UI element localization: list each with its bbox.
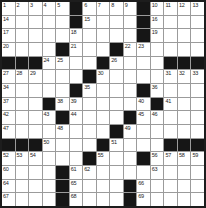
cell-r14c12[interactable] [151, 180, 164, 193]
black-cell-r8c12 [151, 98, 164, 111]
clue-number-29: 29 [30, 70, 36, 76]
cell-r7c5[interactable] [56, 84, 69, 97]
cell-r1c10[interactable]: 9 [124, 2, 137, 15]
cell-r3c10[interactable] [124, 29, 137, 42]
cell-r10c6[interactable] [70, 125, 83, 138]
clue-number-56: 56 [152, 152, 158, 158]
cell-r12c2[interactable]: 53 [16, 152, 29, 165]
black-cell-r11c1 [2, 139, 15, 152]
cell-r3c7[interactable] [83, 29, 96, 42]
clue-number-63: 63 [152, 166, 158, 172]
cell-r2c9[interactable] [110, 16, 123, 29]
cell-r14c2[interactable] [16, 180, 29, 193]
clue-number-50: 50 [44, 139, 50, 145]
cell-r6c1[interactable]: 27 [2, 70, 15, 83]
clue-number-8: 8 [111, 2, 114, 8]
clue-number-7: 7 [98, 2, 101, 8]
cell-r5c9[interactable]: 26 [110, 57, 123, 70]
cell-r7c10[interactable] [124, 84, 137, 97]
clue-number-39: 39 [71, 98, 77, 104]
cell-r10c3[interactable] [29, 125, 42, 138]
clue-number-22: 22 [125, 43, 131, 49]
clue-number-58: 58 [179, 152, 185, 158]
black-cell-r10c9 [110, 125, 123, 138]
cell-r5c4[interactable]: 24 [43, 57, 56, 70]
cell-r4c11[interactable]: 23 [137, 43, 150, 56]
cell-r12c5[interactable] [56, 152, 69, 165]
clue-number-35: 35 [84, 84, 90, 90]
cell-r12c13[interactable]: 57 [164, 152, 177, 165]
cell-r12c4[interactable] [43, 152, 56, 165]
clue-number-11: 11 [165, 2, 170, 8]
cell-r9c1[interactable]: 42 [2, 111, 15, 124]
black-cell-r14c10 [124, 180, 137, 193]
crossword-puzzle: 1234567891011121314151617181920212223242… [0, 0, 206, 208]
cell-r1c2[interactable]: 2 [16, 2, 29, 15]
black-cell-r15c10 [124, 193, 137, 206]
clue-number-28: 28 [17, 70, 23, 76]
cell-r3c12[interactable]: 19 [151, 29, 164, 42]
clue-number-54: 54 [30, 152, 36, 158]
clue-number-23: 23 [138, 43, 144, 49]
black-cell-r1c6 [70, 2, 83, 15]
clue-number-53: 53 [17, 152, 23, 158]
cell-r9c9[interactable] [110, 111, 123, 124]
cell-r2c1[interactable]: 14 [2, 16, 15, 29]
cell-r9c3[interactable] [29, 111, 42, 124]
cell-r5c10[interactable] [124, 57, 137, 70]
clue-number-64: 64 [3, 180, 9, 186]
clue-number-66: 66 [138, 180, 144, 186]
clue-number-17: 17 [3, 29, 9, 35]
cell-r13c7[interactable]: 62 [83, 166, 96, 179]
black-cell-r5c2 [16, 57, 29, 70]
clue-number-52: 52 [3, 152, 9, 158]
cell-r2c2[interactable] [16, 16, 29, 29]
cell-r7c3[interactable] [29, 84, 42, 97]
cell-r12c10[interactable] [124, 152, 137, 165]
cell-r4c4[interactable] [43, 43, 56, 56]
cell-r13c14[interactable] [178, 166, 191, 179]
black-cell-r3c11 [137, 29, 150, 42]
black-cell-r9c10 [124, 111, 137, 124]
cell-r6c8[interactable]: 30 [97, 70, 110, 83]
cell-r4c3[interactable] [29, 43, 42, 56]
cell-r12c14[interactable]: 58 [178, 152, 191, 165]
clue-number-25: 25 [57, 57, 63, 63]
black-cell-r13c5 [56, 166, 69, 179]
cell-r14c7[interactable] [83, 180, 96, 193]
cell-r8c1[interactable]: 37 [2, 98, 15, 111]
cell-r8c3[interactable] [29, 98, 42, 111]
cell-r15c15[interactable] [191, 193, 204, 206]
black-cell-r2c6 [70, 16, 83, 29]
clue-number-57: 57 [165, 152, 171, 158]
cell-r9c6[interactable]: 44 [70, 111, 83, 124]
cell-r5c5[interactable]: 25 [56, 57, 69, 70]
cell-r15c13[interactable] [164, 193, 177, 206]
cell-r8c7[interactable] [83, 98, 96, 111]
cell-r11c6[interactable] [70, 139, 83, 152]
cell-r9c7[interactable] [83, 111, 96, 124]
clue-number-59: 59 [192, 152, 198, 158]
clue-number-44: 44 [71, 111, 77, 117]
cell-r8c14[interactable] [178, 98, 191, 111]
black-cell-r5c13 [164, 57, 177, 70]
clue-number-21: 21 [71, 43, 77, 49]
black-cell-r5c3 [29, 57, 42, 70]
cell-r4c6[interactable]: 21 [70, 43, 83, 56]
clue-number-68: 68 [71, 193, 77, 199]
cell-r11c4[interactable]: 50 [43, 139, 56, 152]
cell-r11c10[interactable] [124, 139, 137, 152]
cell-r15c9[interactable] [110, 193, 123, 206]
black-cell-r14c5 [56, 180, 69, 193]
cell-r9c13[interactable] [164, 111, 177, 124]
cell-r5c7[interactable] [83, 57, 96, 70]
clue-number-60: 60 [3, 166, 9, 172]
cell-r10c11[interactable] [137, 125, 150, 138]
cell-r10c1[interactable]: 47 [2, 125, 15, 138]
clue-number-32: 32 [179, 70, 185, 76]
clue-number-30: 30 [98, 70, 104, 76]
cell-r9c15[interactable] [191, 111, 204, 124]
clue-number-36: 36 [152, 84, 158, 90]
cell-r4c15[interactable] [191, 43, 204, 56]
black-cell-r11c8 [97, 139, 110, 152]
black-cell-r6c7 [83, 70, 96, 83]
cell-r9c14[interactable] [178, 111, 191, 124]
cell-r3c1[interactable]: 17 [2, 29, 15, 42]
cell-r14c14[interactable] [178, 180, 191, 193]
cell-r2c7[interactable]: 15 [83, 16, 96, 29]
cell-r14c9[interactable] [110, 180, 123, 193]
clue-number-9: 9 [125, 2, 128, 8]
cell-r14c15[interactable] [191, 180, 204, 193]
cell-r13c10[interactable] [124, 166, 137, 179]
cell-r15c7[interactable] [83, 193, 96, 206]
cell-r15c1[interactable]: 67 [2, 193, 15, 206]
cell-r3c2[interactable] [16, 29, 29, 42]
clue-number-16: 16 [152, 16, 158, 22]
clue-number-48: 48 [57, 125, 63, 131]
cell-r8c15[interactable] [191, 98, 204, 111]
black-cell-r7c11 [137, 84, 150, 97]
cell-r3c9[interactable] [110, 29, 123, 42]
cell-r1c12[interactable]: 10 [151, 2, 164, 15]
cell-r14c6[interactable]: 65 [70, 180, 83, 193]
cell-r4c2[interactable] [16, 43, 29, 56]
black-cell-r11c15 [191, 139, 204, 152]
cell-r14c3[interactable] [29, 180, 42, 193]
cell-r12c1[interactable]: 52 [2, 152, 15, 165]
cell-r15c14[interactable] [178, 193, 191, 206]
cell-r8c2[interactable] [16, 98, 29, 111]
black-cell-r12c11 [137, 152, 150, 165]
cell-r1c13[interactable]: 11 [164, 2, 177, 15]
cell-r11c9[interactable]: 51 [110, 139, 123, 152]
cell-r2c12[interactable]: 16 [151, 16, 164, 29]
cell-r7c14[interactable] [178, 84, 191, 97]
clue-number-69: 69 [138, 193, 144, 199]
clue-number-2: 2 [17, 2, 20, 8]
cell-r7c4[interactable] [43, 84, 56, 97]
cell-r4c1[interactable]: 20 [2, 43, 15, 56]
clue-number-67: 67 [3, 193, 9, 199]
cell-r2c10[interactable] [124, 16, 137, 29]
cell-r3c15[interactable] [191, 29, 204, 42]
cell-r5c6[interactable] [70, 57, 83, 70]
cell-r13c4[interactable] [43, 166, 56, 179]
cell-r10c5[interactable]: 48 [56, 125, 69, 138]
black-cell-r11c13 [164, 139, 177, 152]
cell-r8c5[interactable]: 38 [56, 98, 69, 111]
black-cell-r5c8 [97, 57, 110, 70]
black-cell-r15c5 [56, 193, 69, 206]
cell-r8c13[interactable]: 41 [164, 98, 177, 111]
cell-r12c12[interactable]: 56 [151, 152, 164, 165]
clue-number-27: 27 [3, 70, 9, 76]
black-cell-r1c11 [137, 2, 150, 15]
cell-r8c11[interactable]: 40 [137, 98, 150, 111]
clue-number-33: 33 [192, 70, 198, 76]
cell-r13c8[interactable] [97, 166, 110, 179]
cell-r13c11[interactable] [137, 166, 150, 179]
clue-number-38: 38 [57, 98, 63, 104]
clue-number-65: 65 [71, 180, 77, 186]
cell-r3c8[interactable] [97, 29, 110, 42]
cell-r13c3[interactable] [29, 166, 42, 179]
cell-r2c3[interactable] [29, 16, 42, 29]
clue-number-10: 10 [152, 2, 158, 8]
cell-r15c4[interactable] [43, 193, 56, 206]
black-cell-r2c11 [137, 16, 150, 29]
clue-number-46: 46 [152, 111, 158, 117]
cell-r12c3[interactable]: 54 [29, 152, 42, 165]
cell-r14c1[interactable]: 64 [2, 180, 15, 193]
cell-r14c13[interactable] [164, 180, 177, 193]
cell-r6c6[interactable] [70, 70, 83, 83]
cell-r2c5[interactable] [56, 16, 69, 29]
cell-r7c15[interactable] [191, 84, 204, 97]
clue-number-1: 1 [3, 2, 6, 8]
cell-r4c10[interactable]: 22 [124, 43, 137, 56]
cell-r7c13[interactable] [164, 84, 177, 97]
cell-r6c4[interactable] [43, 70, 56, 83]
clue-number-40: 40 [138, 98, 144, 104]
cell-r10c8[interactable] [97, 125, 110, 138]
cell-r1c8[interactable]: 7 [97, 2, 110, 15]
clue-number-12: 12 [179, 2, 185, 8]
cell-r7c9[interactable] [110, 84, 123, 97]
black-cell-r12c7 [83, 152, 96, 165]
cell-r15c8[interactable] [97, 193, 110, 206]
cell-r9c4[interactable]: 43 [43, 111, 56, 124]
cell-r4c8[interactable] [97, 43, 110, 56]
cell-r1c3[interactable]: 3 [29, 2, 42, 15]
cell-r6c2[interactable]: 28 [16, 70, 29, 83]
cell-r6c11[interactable] [137, 70, 150, 83]
cell-r13c6[interactable]: 61 [70, 166, 83, 179]
cell-r15c2[interactable] [16, 193, 29, 206]
cell-r8c8[interactable] [97, 98, 110, 111]
black-cell-r8c4 [43, 98, 56, 111]
cell-r10c10[interactable]: 49 [124, 125, 137, 138]
cell-r9c12[interactable]: 46 [151, 111, 164, 124]
cell-r1c15[interactable]: 13 [191, 2, 204, 15]
cell-r7c1[interactable]: 34 [2, 84, 15, 97]
cell-r8c6[interactable]: 39 [70, 98, 83, 111]
cell-r15c6[interactable]: 68 [70, 193, 83, 206]
cell-r9c11[interactable]: 45 [137, 111, 150, 124]
cell-r8c10[interactable] [124, 98, 137, 111]
cell-r11c11[interactable] [137, 139, 150, 152]
cell-r6c10[interactable] [124, 70, 137, 83]
clue-number-47: 47 [3, 125, 9, 131]
cell-r12c8[interactable]: 55 [97, 152, 110, 165]
cell-r7c7[interactable]: 35 [83, 84, 96, 97]
cell-r1c9[interactable]: 8 [110, 2, 123, 15]
cell-r1c14[interactable]: 12 [178, 2, 191, 15]
black-cell-r4c5 [56, 43, 69, 56]
clue-number-5: 5 [57, 2, 60, 8]
clue-number-19: 19 [152, 29, 158, 35]
cell-r15c11[interactable]: 69 [137, 193, 150, 206]
cell-r11c7[interactable] [83, 139, 96, 152]
cell-r13c15[interactable] [191, 166, 204, 179]
clue-number-26: 26 [111, 57, 117, 63]
cell-r7c2[interactable] [16, 84, 29, 97]
cell-r7c8[interactable] [97, 84, 110, 97]
cell-r6c14[interactable]: 32 [178, 70, 191, 83]
clue-number-6: 6 [84, 2, 87, 8]
clue-number-42: 42 [3, 111, 9, 117]
cell-r10c2[interactable] [16, 125, 29, 138]
black-cell-r5c1 [2, 57, 15, 70]
cell-r13c1[interactable]: 60 [2, 166, 15, 179]
black-cell-r7c6 [70, 84, 83, 97]
clue-number-43: 43 [44, 111, 50, 117]
clue-number-15: 15 [84, 16, 90, 22]
cell-r11c5[interactable] [56, 139, 69, 152]
cell-r3c4[interactable] [43, 29, 56, 42]
cell-r3c14[interactable] [178, 29, 191, 42]
cell-r2c15[interactable] [191, 16, 204, 29]
cell-r2c8[interactable] [97, 16, 110, 29]
cell-r6c5[interactable] [56, 70, 69, 83]
clue-number-31: 31 [165, 70, 171, 76]
cell-r6c13[interactable]: 31 [164, 70, 177, 83]
crossword-grid: 1234567891011121314151617181920212223242… [0, 0, 206, 208]
clue-number-3: 3 [30, 2, 33, 8]
cell-r7c12[interactable]: 36 [151, 84, 164, 97]
cell-r4c14[interactable] [178, 43, 191, 56]
clue-number-49: 49 [125, 125, 131, 131]
black-cell-r5c14 [178, 57, 191, 70]
cell-r1c7[interactable]: 6 [83, 2, 96, 15]
black-cell-r11c14 [178, 139, 191, 152]
clue-number-41: 41 [165, 98, 171, 104]
cell-r3c3[interactable] [29, 29, 42, 42]
cell-r3c5[interactable] [56, 29, 69, 42]
cell-r14c11[interactable]: 66 [137, 180, 150, 193]
cell-r15c3[interactable] [29, 193, 42, 206]
cell-r3c6[interactable]: 18 [70, 29, 83, 42]
cell-r10c4[interactable] [43, 125, 56, 138]
cell-r10c7[interactable] [83, 125, 96, 138]
clue-number-61: 61 [71, 166, 77, 172]
cell-r2c4[interactable] [43, 16, 56, 29]
cell-r1c1[interactable]: 1 [2, 2, 15, 15]
cell-r5c12[interactable] [151, 57, 164, 70]
clue-number-13: 13 [192, 2, 198, 8]
black-cell-r11c2 [16, 139, 29, 152]
clue-number-51: 51 [111, 139, 117, 145]
black-cell-r4c9 [110, 43, 123, 56]
clue-number-14: 14 [3, 16, 9, 22]
cell-r2c13[interactable] [164, 16, 177, 29]
cell-r6c9[interactable] [110, 70, 123, 83]
black-cell-r9c5 [56, 111, 69, 124]
cell-r4c7[interactable] [83, 43, 96, 56]
cell-r13c12[interactable]: 63 [151, 166, 164, 179]
cell-r9c2[interactable] [16, 111, 29, 124]
cell-r3c13[interactable] [164, 29, 177, 42]
cell-r5c11[interactable] [137, 57, 150, 70]
black-cell-r11c3 [29, 139, 42, 152]
clue-number-62: 62 [84, 166, 90, 172]
cell-r14c8[interactable] [97, 180, 110, 193]
cell-r2c14[interactable] [178, 16, 191, 29]
cell-r12c6[interactable] [70, 152, 83, 165]
cell-r6c15[interactable]: 33 [191, 70, 204, 83]
clue-number-20: 20 [3, 43, 9, 49]
clue-number-24: 24 [44, 57, 50, 63]
clue-number-4: 4 [44, 2, 47, 8]
cell-r10c12[interactable] [151, 125, 164, 138]
cell-r6c3[interactable]: 29 [29, 70, 42, 83]
cell-r12c15[interactable]: 59 [191, 152, 204, 165]
cell-r10c13[interactable] [164, 125, 177, 138]
clue-number-55: 55 [98, 152, 104, 158]
cell-r11c12[interactable] [151, 139, 164, 152]
cell-r9c8[interactable] [97, 111, 110, 124]
clue-number-34: 34 [3, 84, 9, 90]
clue-number-18: 18 [71, 29, 77, 35]
clue-number-45: 45 [138, 111, 144, 117]
cell-r13c2[interactable] [16, 166, 29, 179]
clue-number-37: 37 [3, 98, 9, 104]
cell-r1c5[interactable]: 5 [56, 2, 69, 15]
black-cell-r5c15 [191, 57, 204, 70]
cell-r12c9[interactable] [110, 152, 123, 165]
cell-r4c12[interactable] [151, 43, 164, 56]
cell-r10c14[interactable] [178, 125, 191, 138]
cell-r10c15[interactable] [191, 125, 204, 138]
cell-r1c4[interactable]: 4 [43, 2, 56, 15]
cell-r15c12[interactable] [151, 193, 164, 206]
cell-r14c4[interactable] [43, 180, 56, 193]
cell-r8c9[interactable] [110, 98, 123, 111]
cell-r6c12[interactable] [151, 70, 164, 83]
cell-r13c9[interactable] [110, 166, 123, 179]
cell-r13c13[interactable] [164, 166, 177, 179]
cell-r4c13[interactable] [164, 43, 177, 56]
